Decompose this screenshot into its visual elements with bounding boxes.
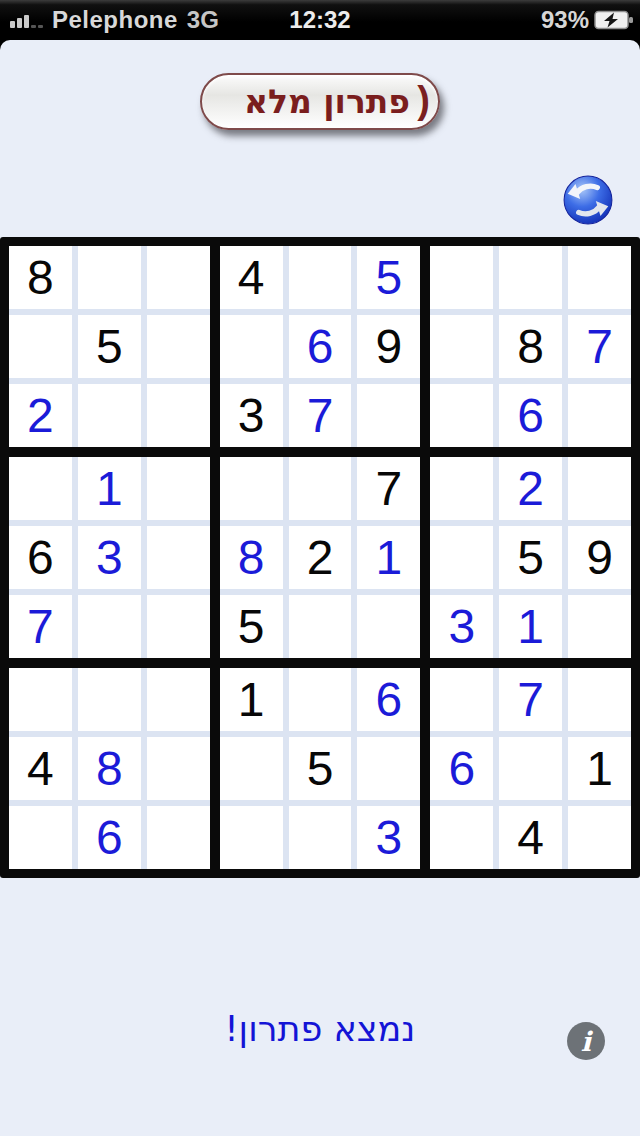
solution-found-message: נמצא פתרון! [0, 1009, 640, 1049]
sudoku-cell-r1c1[interactable]: 8 [9, 246, 72, 309]
sudoku-cell-r4c6[interactable]: 7 [357, 457, 420, 520]
sudoku-cell-r2c6[interactable]: 9 [357, 315, 420, 378]
battery-percent-label: 93% [541, 6, 589, 34]
sudoku-cell-r9c2[interactable]: 6 [78, 806, 141, 869]
sudoku-cell-r7c5[interactable] [289, 668, 352, 731]
sudoku-cell-r6c9[interactable] [568, 595, 631, 658]
sudoku-cell-r3c9[interactable] [568, 384, 631, 447]
iphone-screen: Pelephone 3G 12:32 93% פתרון מלא ) [0, 0, 640, 1136]
sudoku-cell-r9c1[interactable] [9, 806, 72, 869]
sudoku-cell-r9c5[interactable] [289, 806, 352, 869]
sudoku-cell-r7c7[interactable] [430, 668, 493, 731]
sudoku-cell-r6c2[interactable] [78, 595, 141, 658]
sudoku-cell-r6c1[interactable]: 7 [9, 595, 72, 658]
sudoku-cell-r2c5[interactable]: 6 [289, 315, 352, 378]
sudoku-cell-r5c8[interactable]: 5 [499, 526, 562, 589]
sudoku-cell-r9c3[interactable] [147, 806, 210, 869]
sudoku-cell-r1c8[interactable] [499, 246, 562, 309]
sudoku-cell-r2c2[interactable]: 5 [78, 315, 141, 378]
sudoku-cell-r8c8[interactable] [499, 737, 562, 800]
sudoku-cell-r5c9[interactable]: 9 [568, 526, 631, 589]
carrier-label: Pelephone [52, 6, 178, 34]
network-type-label: 3G [187, 6, 219, 34]
sudoku-cell-r2c7[interactable] [430, 315, 493, 378]
status-bar-left: Pelephone 3G [10, 6, 219, 34]
sudoku-cell-r8c5[interactable]: 5 [289, 737, 352, 800]
sudoku-box-8: 1653 [220, 668, 421, 869]
sudoku-cell-r6c6[interactable] [357, 595, 420, 658]
refresh-globe-icon[interactable] [562, 174, 614, 226]
sudoku-cell-r3c4[interactable]: 3 [220, 384, 283, 447]
sudoku-cell-r8c3[interactable] [147, 737, 210, 800]
sudoku-cell-r4c4[interactable] [220, 457, 283, 520]
full-solution-button-paren: ) [417, 79, 430, 122]
sudoku-cell-r4c7[interactable] [430, 457, 493, 520]
sudoku-cell-r6c7[interactable]: 3 [430, 595, 493, 658]
sudoku-cell-r7c3[interactable] [147, 668, 210, 731]
sudoku-cell-r7c4[interactable]: 1 [220, 668, 283, 731]
sudoku-cell-r3c7[interactable] [430, 384, 493, 447]
sudoku-cell-r7c6[interactable]: 6 [357, 668, 420, 731]
sudoku-cell-r9c9[interactable] [568, 806, 631, 869]
sudoku-cell-r6c3[interactable] [147, 595, 210, 658]
full-solution-button[interactable]: פתרון מלא ) [200, 73, 440, 130]
sudoku-cell-r8c6[interactable] [357, 737, 420, 800]
sudoku-cell-r3c2[interactable] [78, 384, 141, 447]
sudoku-cell-r5c4[interactable]: 8 [220, 526, 283, 589]
sudoku-cell-r3c8[interactable]: 6 [499, 384, 562, 447]
sudoku-cell-r4c5[interactable] [289, 457, 352, 520]
sudoku-cell-r5c3[interactable] [147, 526, 210, 589]
sudoku-cell-r8c9[interactable]: 1 [568, 737, 631, 800]
sudoku-box-3: 876 [430, 246, 631, 447]
sudoku-cell-r3c5[interactable]: 7 [289, 384, 352, 447]
info-icon: i [581, 1026, 591, 1057]
sudoku-cell-r1c6[interactable]: 5 [357, 246, 420, 309]
sudoku-cell-r4c9[interactable] [568, 457, 631, 520]
sudoku-cell-r5c7[interactable] [430, 526, 493, 589]
sudoku-cell-r1c4[interactable]: 4 [220, 246, 283, 309]
sudoku-cell-r6c5[interactable] [289, 595, 352, 658]
sudoku-cell-r7c2[interactable] [78, 668, 141, 731]
status-bar: Pelephone 3G 12:32 93% [0, 0, 640, 40]
sudoku-cell-r1c2[interactable] [78, 246, 141, 309]
info-button[interactable]: i [567, 1022, 605, 1060]
sudoku-cell-r4c2[interactable]: 1 [78, 457, 141, 520]
sudoku-cell-r4c8[interactable]: 2 [499, 457, 562, 520]
sudoku-cell-r8c4[interactable] [220, 737, 283, 800]
sudoku-cell-r7c1[interactable] [9, 668, 72, 731]
sudoku-cell-r7c9[interactable] [568, 668, 631, 731]
status-bar-right: 93% [541, 0, 634, 40]
sudoku-cell-r1c5[interactable] [289, 246, 352, 309]
sudoku-cell-r2c8[interactable]: 8 [499, 315, 562, 378]
sudoku-cell-r2c9[interactable]: 7 [568, 315, 631, 378]
sudoku-cell-r1c3[interactable] [147, 246, 210, 309]
sudoku-cell-r8c7[interactable]: 6 [430, 737, 493, 800]
sudoku-box-4: 1637 [9, 457, 210, 658]
sudoku-cell-r2c1[interactable] [9, 315, 72, 378]
sudoku-cell-r9c4[interactable] [220, 806, 283, 869]
sudoku-cell-r4c1[interactable] [9, 457, 72, 520]
app-content: פתרון מלא ) 8524569378761637782152593148… [0, 40, 640, 1136]
sudoku-cell-r9c6[interactable]: 3 [357, 806, 420, 869]
sudoku-cell-r5c1[interactable]: 6 [9, 526, 72, 589]
sudoku-box-9: 7614 [430, 668, 631, 869]
sudoku-cell-r8c1[interactable]: 4 [9, 737, 72, 800]
sudoku-board: 8524569378761637782152593148616537614 [0, 237, 640, 878]
sudoku-cell-r3c6[interactable] [357, 384, 420, 447]
sudoku-cell-r5c6[interactable]: 1 [357, 526, 420, 589]
sudoku-cell-r3c1[interactable]: 2 [9, 384, 72, 447]
sudoku-cell-r2c3[interactable] [147, 315, 210, 378]
sudoku-cell-r4c3[interactable] [147, 457, 210, 520]
sudoku-cell-r7c8[interactable]: 7 [499, 668, 562, 731]
sudoku-cell-r1c9[interactable] [568, 246, 631, 309]
sudoku-cell-r3c3[interactable] [147, 384, 210, 447]
battery-charging-icon [594, 9, 634, 31]
sudoku-cell-r6c4[interactable]: 5 [220, 595, 283, 658]
sudoku-box-5: 78215 [220, 457, 421, 658]
sudoku-cell-r1c7[interactable] [430, 246, 493, 309]
sudoku-box-7: 486 [9, 668, 210, 869]
sudoku-cell-r6c8[interactable]: 1 [499, 595, 562, 658]
signal-bars-icon [10, 12, 43, 28]
sudoku-box-1: 852 [9, 246, 210, 447]
sudoku-cell-r8c2[interactable]: 8 [78, 737, 141, 800]
sudoku-cell-r2c4[interactable] [220, 315, 283, 378]
sudoku-cell-r9c7[interactable] [430, 806, 493, 869]
sudoku-box-6: 25931 [430, 457, 631, 658]
sudoku-box-2: 456937 [220, 246, 421, 447]
clock-label: 12:32 [289, 6, 350, 34]
sudoku-cell-r5c2[interactable]: 3 [78, 526, 141, 589]
full-solution-button-label: פתרון מלא [230, 82, 410, 121]
sudoku-cell-r9c8[interactable]: 4 [499, 806, 562, 869]
sudoku-cell-r5c5[interactable]: 2 [289, 526, 352, 589]
